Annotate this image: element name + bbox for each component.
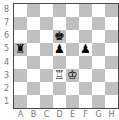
black-pawn-icon: ♟ [80, 43, 91, 56]
square-c3[interactable] [40, 69, 53, 82]
square-f1[interactable] [79, 95, 92, 108]
square-c1[interactable] [40, 95, 53, 108]
square-a6[interactable] [14, 30, 27, 43]
square-f3[interactable] [79, 69, 92, 82]
white-king-icon: ♔ [67, 69, 78, 82]
square-a5[interactable]: ♜ [14, 43, 27, 56]
square-f4[interactable] [79, 56, 92, 69]
square-d8[interactable] [53, 4, 66, 17]
square-e1[interactable] [66, 95, 79, 108]
square-c6[interactable] [40, 30, 53, 43]
file-label-g: G [92, 109, 105, 120]
square-f7[interactable] [79, 17, 92, 30]
square-f5[interactable]: ♟ [79, 43, 92, 56]
square-d2[interactable] [53, 82, 66, 95]
square-b7[interactable] [27, 17, 40, 30]
square-c2[interactable] [40, 82, 53, 95]
file-label-b: B [27, 109, 40, 120]
square-h4[interactable] [105, 56, 118, 69]
square-b5[interactable] [27, 43, 40, 56]
rank-label-1: 1 [0, 96, 11, 109]
file-label-a: A [14, 109, 27, 120]
square-b4[interactable] [27, 56, 40, 69]
square-e5[interactable] [66, 43, 79, 56]
square-g5[interactable] [92, 43, 105, 56]
rank-label-8: 8 [0, 3, 11, 16]
square-d7[interactable] [53, 17, 66, 30]
square-b3[interactable] [27, 69, 40, 82]
square-h3[interactable] [105, 69, 118, 82]
square-e2[interactable] [66, 82, 79, 95]
square-g7[interactable] [92, 17, 105, 30]
square-c5[interactable] [40, 43, 53, 56]
square-a3[interactable] [14, 69, 27, 82]
square-g4[interactable] [92, 56, 105, 69]
square-c4[interactable] [40, 56, 53, 69]
square-b1[interactable] [27, 95, 40, 108]
white-rook-icon: ♖ [54, 69, 65, 82]
square-e3[interactable]: ♔ [66, 69, 79, 82]
rank-label-5: 5 [0, 43, 11, 56]
square-a1[interactable] [14, 95, 27, 108]
square-h6[interactable] [105, 30, 118, 43]
rank-label-3: 3 [0, 69, 11, 82]
square-g6[interactable] [92, 30, 105, 43]
rank-labels: 87654321 [0, 3, 11, 109]
square-d5[interactable]: ♟ [53, 43, 66, 56]
square-e4[interactable] [66, 56, 79, 69]
square-a4[interactable] [14, 56, 27, 69]
rank-label-2: 2 [0, 83, 11, 96]
chess-board: ♚♜♟♟♖♔ [13, 3, 119, 109]
file-label-d: D [53, 109, 66, 120]
black-rook-icon: ♜ [15, 43, 26, 56]
rank-label-4: 4 [0, 56, 11, 69]
file-labels: ABCDEFGH [14, 109, 118, 120]
square-d4[interactable] [53, 56, 66, 69]
square-h7[interactable] [105, 17, 118, 30]
square-b2[interactable] [27, 82, 40, 95]
file-label-h: H [105, 109, 118, 120]
square-h2[interactable] [105, 82, 118, 95]
chess-diagram: 87654321 ♚♜♟♟♖♔ ABCDEFGH [0, 0, 119, 120]
square-b8[interactable] [27, 4, 40, 17]
square-d6[interactable]: ♚ [53, 30, 66, 43]
square-e6[interactable] [66, 30, 79, 43]
file-label-f: F [79, 109, 92, 120]
square-e8[interactable] [66, 4, 79, 17]
square-h1[interactable] [105, 95, 118, 108]
square-b6[interactable] [27, 30, 40, 43]
file-label-c: C [40, 109, 53, 120]
square-g8[interactable] [92, 4, 105, 17]
square-f6[interactable] [79, 30, 92, 43]
square-f8[interactable] [79, 4, 92, 17]
square-a2[interactable] [14, 82, 27, 95]
square-f2[interactable] [79, 82, 92, 95]
square-c8[interactable] [40, 4, 53, 17]
square-a8[interactable] [14, 4, 27, 17]
square-d1[interactable] [53, 95, 66, 108]
rank-label-6: 6 [0, 30, 11, 43]
square-e7[interactable] [66, 17, 79, 30]
square-g1[interactable] [92, 95, 105, 108]
rank-label-7: 7 [0, 16, 11, 29]
square-g2[interactable] [92, 82, 105, 95]
black-king-icon: ♚ [54, 30, 65, 43]
square-h8[interactable] [105, 4, 118, 17]
square-c7[interactable] [40, 17, 53, 30]
square-g3[interactable] [92, 69, 105, 82]
file-label-e: E [66, 109, 79, 120]
black-pawn-icon: ♟ [54, 43, 65, 56]
square-a7[interactable] [14, 17, 27, 30]
square-d3[interactable]: ♖ [53, 69, 66, 82]
square-h5[interactable] [105, 43, 118, 56]
